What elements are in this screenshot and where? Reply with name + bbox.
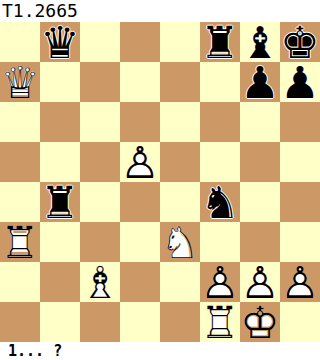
square-e3[interactable]: ♞♘ [160,222,200,262]
square-g3[interactable] [240,222,280,262]
square-a6[interactable] [0,102,40,142]
square-c3[interactable] [80,222,120,262]
puzzle-id: T1.2665 [2,0,78,22]
square-c6[interactable] [80,102,120,142]
black-pawn-glyph: ♟ [280,63,320,103]
white-queen-fill: ♛ [0,63,40,103]
white-king-glyph: ♔ [240,303,280,343]
square-h1[interactable] [280,302,320,342]
square-f3[interactable] [200,222,240,262]
black-king[interactable]: ♚ [280,22,320,62]
black-bishop[interactable]: ♝ [240,22,280,62]
square-b2[interactable] [40,262,80,302]
square-b6[interactable] [40,102,80,142]
white-pawn[interactable]: ♟♙ [200,262,240,302]
white-pawn[interactable]: ♟♙ [120,142,160,182]
square-f7[interactable] [200,62,240,102]
square-d6[interactable] [120,102,160,142]
black-rook[interactable]: ♜ [40,182,80,222]
white-queen-glyph: ♕ [0,63,40,103]
white-pawn[interactable]: ♟♙ [280,262,320,302]
white-pawn-fill: ♟ [240,263,280,303]
square-c2[interactable]: ♝♗ [80,262,120,302]
square-g4[interactable] [240,182,280,222]
square-a8[interactable] [0,22,40,62]
square-g2[interactable]: ♟♙ [240,262,280,302]
square-d2[interactable] [120,262,160,302]
white-rook[interactable]: ♜♖ [0,222,40,262]
square-h2[interactable]: ♟♙ [280,262,320,302]
black-queen-glyph: ♛ [40,23,80,63]
white-rook-glyph: ♖ [200,303,240,343]
black-pawn[interactable]: ♟ [240,62,280,102]
move-prompt: 1... ? [8,342,62,360]
black-rook-glyph: ♜ [200,23,240,63]
square-d3[interactable] [120,222,160,262]
square-e1[interactable] [160,302,200,342]
square-d4[interactable] [120,182,160,222]
square-f8[interactable]: ♜ [200,22,240,62]
white-pawn-fill: ♟ [200,263,240,303]
square-c8[interactable] [80,22,120,62]
white-pawn[interactable]: ♟♙ [240,262,280,302]
square-g1[interactable]: ♚♔ [240,302,280,342]
tactics-puzzle-window: T1.2665 ♛♜♝♚♛♕♟♟♟♙♜♞♜♖♞♘♝♗♟♙♟♙♟♙♜♖♚♔ 1..… [0,0,320,360]
square-e7[interactable] [160,62,200,102]
square-a7[interactable]: ♛♕ [0,62,40,102]
square-h8[interactable]: ♚ [280,22,320,62]
square-f6[interactable] [200,102,240,142]
square-b4[interactable]: ♜ [40,182,80,222]
white-king-fill: ♚ [240,303,280,343]
square-f1[interactable]: ♜♖ [200,302,240,342]
square-a2[interactable] [0,262,40,302]
black-knight[interactable]: ♞ [200,182,240,222]
square-e4[interactable] [160,182,200,222]
square-c7[interactable] [80,62,120,102]
white-pawn-glyph: ♙ [280,263,320,303]
square-e2[interactable] [160,262,200,302]
white-pawn-fill: ♟ [280,263,320,303]
white-bishop-fill: ♝ [80,263,120,303]
white-knight[interactable]: ♞♘ [160,222,200,262]
square-f5[interactable] [200,142,240,182]
white-pawn-glyph: ♙ [120,143,160,183]
square-e5[interactable] [160,142,200,182]
square-d1[interactable] [120,302,160,342]
black-pawn[interactable]: ♟ [280,62,320,102]
square-g8[interactable]: ♝ [240,22,280,62]
black-queen[interactable]: ♛ [40,22,80,62]
square-a1[interactable] [0,302,40,342]
square-b8[interactable]: ♛ [40,22,80,62]
square-b1[interactable] [40,302,80,342]
square-c5[interactable] [80,142,120,182]
square-b3[interactable] [40,222,80,262]
square-h3[interactable] [280,222,320,262]
white-rook-fill: ♜ [200,303,240,343]
white-queen[interactable]: ♛♕ [0,62,40,102]
white-knight-fill: ♞ [160,223,200,263]
title-bar: T1.2665 [0,0,320,22]
square-f2[interactable]: ♟♙ [200,262,240,302]
square-f4[interactable]: ♞ [200,182,240,222]
black-rook-glyph: ♜ [40,183,80,223]
square-g7[interactable]: ♟ [240,62,280,102]
square-a5[interactable] [0,142,40,182]
white-rook-glyph: ♖ [0,223,40,263]
square-g5[interactable] [240,142,280,182]
square-e6[interactable] [160,102,200,142]
square-e8[interactable] [160,22,200,62]
square-c1[interactable] [80,302,120,342]
black-rook[interactable]: ♜ [200,22,240,62]
chess-board: ♛♜♝♚♛♕♟♟♟♙♜♞♜♖♞♘♝♗♟♙♟♙♟♙♜♖♚♔ [0,22,320,342]
square-b7[interactable] [40,62,80,102]
square-d7[interactable] [120,62,160,102]
square-h7[interactable]: ♟ [280,62,320,102]
square-b5[interactable] [40,142,80,182]
status-bar: 1... ? [0,342,320,360]
square-h4[interactable] [280,182,320,222]
square-g6[interactable] [240,102,280,142]
white-bishop[interactable]: ♝♗ [80,262,120,302]
white-pawn-glyph: ♙ [240,263,280,303]
white-pawn-glyph: ♙ [200,263,240,303]
black-knight-glyph: ♞ [200,183,240,223]
square-d5[interactable]: ♟♙ [120,142,160,182]
black-king-glyph: ♚ [280,23,320,63]
square-h6[interactable] [280,102,320,142]
white-rook[interactable]: ♜♖ [200,302,240,342]
square-d8[interactable] [120,22,160,62]
white-king[interactable]: ♚♔ [240,302,280,342]
white-rook-fill: ♜ [0,223,40,263]
black-bishop-glyph: ♝ [240,23,280,63]
black-pawn-glyph: ♟ [240,63,280,103]
square-a3[interactable]: ♜♖ [0,222,40,262]
square-h5[interactable] [280,142,320,182]
square-c4[interactable] [80,182,120,222]
white-knight-glyph: ♘ [160,223,200,263]
white-bishop-glyph: ♗ [80,263,120,303]
white-pawn-fill: ♟ [120,143,160,183]
square-a4[interactable] [0,182,40,222]
